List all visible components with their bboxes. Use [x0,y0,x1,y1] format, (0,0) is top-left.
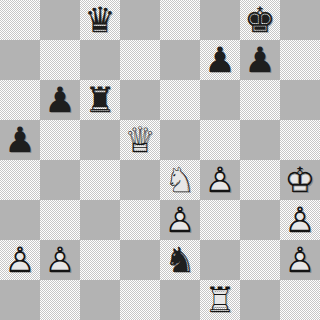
black-pawn-glyph: ♟ [244,43,275,78]
black-pawn-piece[interactable]: ♟ [200,40,240,80]
square-d6[interactable] [120,80,160,120]
square-e3[interactable]: ♟♙ [160,200,200,240]
square-g5[interactable] [240,120,280,160]
square-h7[interactable] [280,40,320,80]
white-pawn-outline: ♙ [4,243,35,278]
black-queen-glyph: ♛ [84,3,115,38]
square-g4[interactable] [240,160,280,200]
black-king-piece[interactable]: ♚ [240,0,280,40]
square-d8[interactable] [120,0,160,40]
square-b1[interactable] [40,280,80,320]
square-h1[interactable] [280,280,320,320]
black-king-glyph: ♚ [244,3,275,38]
square-e2[interactable]: ♞ [160,240,200,280]
square-a6[interactable] [0,80,40,120]
square-e5[interactable] [160,120,200,160]
square-d4[interactable] [120,160,160,200]
square-c8[interactable]: ♛ [80,0,120,40]
square-h4[interactable]: ♚♔ [280,160,320,200]
square-g2[interactable] [240,240,280,280]
square-h2[interactable]: ♟♙ [280,240,320,280]
square-e1[interactable] [160,280,200,320]
square-h6[interactable] [280,80,320,120]
square-c5[interactable] [80,120,120,160]
white-pawn-piece[interactable]: ♟♙ [200,160,240,200]
white-pawn-piece[interactable]: ♟♙ [280,240,320,280]
square-h3[interactable]: ♟♙ [280,200,320,240]
square-b8[interactable] [40,0,80,40]
black-knight-piece[interactable]: ♞ [160,240,200,280]
black-pawn-glyph: ♟ [204,43,235,78]
white-pawn-piece[interactable]: ♟♙ [40,240,80,280]
square-f6[interactable] [200,80,240,120]
chess-board: ♛♚♟♟♟♜♟♛♕♞♘♟♙♚♔♟♙♟♙♟♙♟♙♞♟♙♜♖ [0,0,320,320]
square-f7[interactable]: ♟ [200,40,240,80]
white-pawn-piece[interactable]: ♟♙ [160,200,200,240]
white-pawn-outline: ♙ [204,163,235,198]
black-pawn-glyph: ♟ [44,83,75,118]
square-d2[interactable] [120,240,160,280]
white-knight-outline: ♘ [164,163,195,198]
square-f4[interactable]: ♟♙ [200,160,240,200]
square-b3[interactable] [40,200,80,240]
square-b2[interactable]: ♟♙ [40,240,80,280]
square-d1[interactable] [120,280,160,320]
square-h5[interactable] [280,120,320,160]
black-pawn-piece[interactable]: ♟ [40,80,80,120]
square-g8[interactable]: ♚ [240,0,280,40]
white-pawn-outline: ♙ [44,243,75,278]
white-rook-outline: ♖ [204,283,235,318]
white-king-outline: ♔ [284,163,315,198]
square-f8[interactable] [200,0,240,40]
square-g1[interactable] [240,280,280,320]
white-king-piece[interactable]: ♚♔ [280,160,320,200]
square-c4[interactable] [80,160,120,200]
square-e4[interactable]: ♞♘ [160,160,200,200]
white-knight-piece[interactable]: ♞♘ [160,160,200,200]
square-a1[interactable] [0,280,40,320]
black-queen-piece[interactable]: ♛ [80,0,120,40]
white-pawn-outline: ♙ [164,203,195,238]
square-d3[interactable] [120,200,160,240]
white-pawn-piece[interactable]: ♟♙ [280,200,320,240]
black-rook-glyph: ♜ [84,83,115,118]
square-f1[interactable]: ♜♖ [200,280,240,320]
square-e6[interactable] [160,80,200,120]
black-pawn-glyph: ♟ [4,123,35,158]
square-f5[interactable] [200,120,240,160]
square-b4[interactable] [40,160,80,200]
square-d5[interactable]: ♛♕ [120,120,160,160]
square-b6[interactable]: ♟ [40,80,80,120]
square-e8[interactable] [160,0,200,40]
white-queen-outline: ♕ [124,123,155,158]
square-h8[interactable] [280,0,320,40]
square-g7[interactable]: ♟ [240,40,280,80]
white-rook-piece[interactable]: ♜♖ [200,280,240,320]
square-c2[interactable] [80,240,120,280]
square-a2[interactable]: ♟♙ [0,240,40,280]
white-queen-piece[interactable]: ♛♕ [120,120,160,160]
square-f2[interactable] [200,240,240,280]
square-c1[interactable] [80,280,120,320]
black-knight-glyph: ♞ [164,243,195,278]
square-a4[interactable] [0,160,40,200]
square-g3[interactable] [240,200,280,240]
square-c7[interactable] [80,40,120,80]
black-pawn-piece[interactable]: ♟ [240,40,280,80]
white-pawn-outline: ♙ [284,243,315,278]
square-g6[interactable] [240,80,280,120]
square-d7[interactable] [120,40,160,80]
square-c6[interactable]: ♜ [80,80,120,120]
square-b5[interactable] [40,120,80,160]
black-pawn-piece[interactable]: ♟ [0,120,40,160]
square-f3[interactable] [200,200,240,240]
white-pawn-piece[interactable]: ♟♙ [0,240,40,280]
square-c3[interactable] [80,200,120,240]
square-e7[interactable] [160,40,200,80]
square-b7[interactable] [40,40,80,80]
square-a7[interactable] [0,40,40,80]
square-a8[interactable] [0,0,40,40]
square-a3[interactable] [0,200,40,240]
white-pawn-outline: ♙ [284,203,315,238]
black-rook-piece[interactable]: ♜ [80,80,120,120]
square-a5[interactable]: ♟ [0,120,40,160]
